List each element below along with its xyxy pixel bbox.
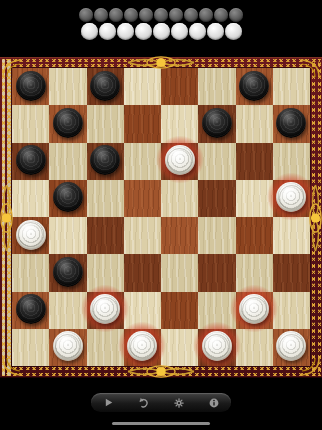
square-29[interactable] xyxy=(49,329,86,366)
light-square-r2c1 xyxy=(12,105,49,142)
play-icon xyxy=(104,398,113,407)
white-tray-piece xyxy=(99,23,116,40)
square-1[interactable] xyxy=(12,68,49,105)
light-square-r4c3 xyxy=(87,180,124,217)
black-piece[interactable] xyxy=(53,182,83,212)
info-icon xyxy=(209,398,219,408)
black-tray-piece xyxy=(214,8,228,22)
white-tray-piece xyxy=(189,23,206,40)
light-square-r1c6 xyxy=(198,68,235,105)
app-screen xyxy=(0,0,322,430)
light-square-r3c2 xyxy=(49,143,86,180)
black-tray-piece xyxy=(199,8,213,22)
white-piece[interactable] xyxy=(276,331,306,361)
light-square-r6c1 xyxy=(12,254,49,291)
square-7[interactable] xyxy=(198,105,235,142)
board-frame xyxy=(0,57,322,378)
play-button[interactable] xyxy=(98,393,120,412)
square-30[interactable] xyxy=(124,329,161,366)
black-tray-piece xyxy=(169,8,183,22)
black-tray-piece xyxy=(184,8,198,22)
white-tray-piece xyxy=(81,23,98,40)
square-20[interactable] xyxy=(236,217,273,254)
square-3[interactable] xyxy=(161,68,198,105)
white-tray-piece xyxy=(117,23,134,40)
square-9[interactable] xyxy=(12,143,49,180)
black-piece[interactable] xyxy=(90,145,120,175)
square-6[interactable] xyxy=(124,105,161,142)
square-13[interactable] xyxy=(49,180,86,217)
undo-icon xyxy=(138,397,149,408)
white-tray-piece xyxy=(225,23,242,40)
undo-button[interactable] xyxy=(133,393,155,412)
black-piece[interactable] xyxy=(239,71,269,101)
frame-trim-left-inner xyxy=(7,59,11,376)
black-piece[interactable] xyxy=(53,108,83,138)
settings-button[interactable] xyxy=(168,393,190,412)
white-piece[interactable] xyxy=(165,145,195,175)
black-pieces-tray xyxy=(79,8,243,22)
square-24[interactable] xyxy=(273,254,310,291)
light-square-r5c2 xyxy=(49,217,86,254)
white-piece[interactable] xyxy=(16,220,46,250)
info-button[interactable] xyxy=(203,393,225,412)
square-12[interactable] xyxy=(236,143,273,180)
black-piece[interactable] xyxy=(202,108,232,138)
frame-trim-top-inner xyxy=(2,64,320,68)
light-square-r6c5 xyxy=(161,254,198,291)
square-26[interactable] xyxy=(87,292,124,329)
light-square-r2c3 xyxy=(87,105,124,142)
light-square-r1c2 xyxy=(49,68,86,105)
black-piece[interactable] xyxy=(16,294,46,324)
light-square-r5c6 xyxy=(198,217,235,254)
square-16[interactable] xyxy=(273,180,310,217)
black-tray-piece xyxy=(94,8,108,22)
square-31[interactable] xyxy=(198,329,235,366)
frame-trim-right-inner xyxy=(312,59,316,376)
light-square-r1c8 xyxy=(273,68,310,105)
frame-trim-left-outer xyxy=(2,59,5,376)
light-square-r5c8 xyxy=(273,217,310,254)
light-square-r7c8 xyxy=(273,292,310,329)
white-tray-piece xyxy=(135,23,152,40)
square-15[interactable] xyxy=(198,180,235,217)
light-square-r8c7 xyxy=(236,329,273,366)
black-tray-piece xyxy=(79,8,93,22)
white-tray-piece xyxy=(171,23,188,40)
checkers-board xyxy=(12,68,310,366)
black-piece[interactable] xyxy=(16,71,46,101)
square-28[interactable] xyxy=(236,292,273,329)
light-square-r2c7 xyxy=(236,105,273,142)
bottom-toolbar xyxy=(91,393,231,412)
white-pieces-tray xyxy=(81,23,242,40)
home-indicator[interactable] xyxy=(112,422,210,425)
square-23[interactable] xyxy=(198,254,235,291)
square-22[interactable] xyxy=(124,254,161,291)
square-4[interactable] xyxy=(236,68,273,105)
square-14[interactable] xyxy=(124,180,161,217)
black-piece[interactable] xyxy=(53,257,83,287)
light-square-r1c4 xyxy=(124,68,161,105)
square-10[interactable] xyxy=(87,143,124,180)
settings-icon xyxy=(174,398,184,408)
light-square-r5c4 xyxy=(124,217,161,254)
light-square-r3c6 xyxy=(198,143,235,180)
light-square-r4c5 xyxy=(161,180,198,217)
frame-trim-right-outer xyxy=(318,59,321,376)
remaining-pieces-trays xyxy=(0,8,322,40)
light-square-r8c1 xyxy=(12,329,49,366)
light-square-r4c1 xyxy=(12,180,49,217)
black-piece[interactable] xyxy=(276,108,306,138)
white-piece[interactable] xyxy=(53,331,83,361)
black-tray-piece xyxy=(124,8,138,22)
square-32[interactable] xyxy=(273,329,310,366)
square-17[interactable] xyxy=(12,217,49,254)
black-piece[interactable] xyxy=(90,71,120,101)
square-25[interactable] xyxy=(12,292,49,329)
square-21[interactable] xyxy=(49,254,86,291)
square-2[interactable] xyxy=(87,68,124,105)
white-tray-piece xyxy=(153,23,170,40)
square-27[interactable] xyxy=(161,292,198,329)
frame-trim-bottom-inner xyxy=(2,367,320,371)
black-tray-piece xyxy=(139,8,153,22)
black-piece[interactable] xyxy=(16,145,46,175)
square-18[interactable] xyxy=(87,217,124,254)
white-tray-piece xyxy=(207,23,224,40)
square-5[interactable] xyxy=(49,105,86,142)
frame-trim-bottom-outer xyxy=(2,373,320,376)
black-tray-piece xyxy=(154,8,168,22)
square-19[interactable] xyxy=(161,217,198,254)
frame-trim-top-outer xyxy=(2,59,320,62)
black-tray-piece xyxy=(109,8,123,22)
square-8[interactable] xyxy=(273,105,310,142)
black-tray-piece xyxy=(229,8,243,22)
square-11[interactable] xyxy=(161,143,198,180)
